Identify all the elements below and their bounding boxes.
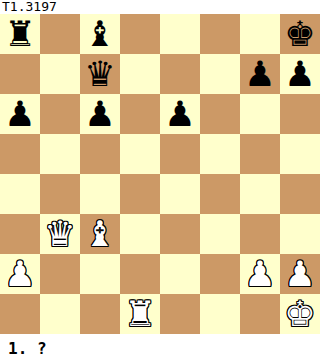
black-pawn-c6: ♟ [84,94,115,134]
chess-board: ♜♝♚♛♟♟♟♟♟♛♝♟♟♟♜♚ [0,14,320,334]
square-a6[interactable]: ♟ [0,94,40,134]
square-b2[interactable] [40,254,80,294]
square-d3[interactable] [120,214,160,254]
black-pawn-e6: ♟ [164,94,195,134]
square-c3[interactable]: ♝ [80,214,120,254]
square-b4[interactable] [40,174,80,214]
square-g3[interactable] [240,214,280,254]
square-f8[interactable] [200,14,240,54]
black-bishop-c8: ♝ [84,14,115,54]
white-bishop-c3: ♝ [84,214,115,254]
square-h3[interactable] [280,214,320,254]
square-g8[interactable] [240,14,280,54]
square-e6[interactable]: ♟ [160,94,200,134]
square-c6[interactable]: ♟ [80,94,120,134]
black-pawn-h7: ♟ [284,54,315,94]
square-e8[interactable] [160,14,200,54]
square-h5[interactable] [280,134,320,174]
white-pawn-h2: ♟ [284,254,315,294]
square-c4[interactable] [80,174,120,214]
square-a7[interactable] [0,54,40,94]
square-g4[interactable] [240,174,280,214]
square-b3[interactable]: ♛ [40,214,80,254]
square-e3[interactable] [160,214,200,254]
square-f4[interactable] [200,174,240,214]
square-g2[interactable]: ♟ [240,254,280,294]
move-prompt: 1. ? [0,334,320,360]
square-h6[interactable] [280,94,320,134]
square-b1[interactable] [40,294,80,334]
square-e2[interactable] [160,254,200,294]
square-g7[interactable]: ♟ [240,54,280,94]
square-a2[interactable]: ♟ [0,254,40,294]
square-a8[interactable]: ♜ [0,14,40,54]
white-rook-d1: ♜ [124,294,155,334]
black-pawn-g7: ♟ [244,54,275,94]
square-d5[interactable] [120,134,160,174]
puzzle-id: T1.3197 [0,0,320,14]
square-b5[interactable] [40,134,80,174]
square-h4[interactable] [280,174,320,214]
square-h1[interactable]: ♚ [280,294,320,334]
square-a5[interactable] [0,134,40,174]
square-b6[interactable] [40,94,80,134]
square-f2[interactable] [200,254,240,294]
black-rook-a8: ♜ [4,14,35,54]
square-b8[interactable] [40,14,80,54]
square-f1[interactable] [200,294,240,334]
square-c5[interactable] [80,134,120,174]
square-e1[interactable] [160,294,200,334]
square-g6[interactable] [240,94,280,134]
white-pawn-a2: ♟ [4,254,35,294]
square-d7[interactable] [120,54,160,94]
square-d2[interactable] [120,254,160,294]
square-d6[interactable] [120,94,160,134]
square-h8[interactable]: ♚ [280,14,320,54]
square-b7[interactable] [40,54,80,94]
black-king-h8: ♚ [284,14,315,54]
square-g5[interactable] [240,134,280,174]
black-queen-c7: ♛ [84,54,115,94]
square-c2[interactable] [80,254,120,294]
square-c7[interactable]: ♛ [80,54,120,94]
square-h2[interactable]: ♟ [280,254,320,294]
square-f7[interactable] [200,54,240,94]
square-h7[interactable]: ♟ [280,54,320,94]
square-c1[interactable] [80,294,120,334]
square-e4[interactable] [160,174,200,214]
square-f6[interactable] [200,94,240,134]
square-a4[interactable] [0,174,40,214]
black-pawn-a6: ♟ [4,94,35,134]
square-e5[interactable] [160,134,200,174]
square-e7[interactable] [160,54,200,94]
square-f3[interactable] [200,214,240,254]
square-d4[interactable] [120,174,160,214]
square-g1[interactable] [240,294,280,334]
white-king-h1: ♚ [284,294,315,334]
white-queen-b3: ♛ [44,214,75,254]
square-a3[interactable] [0,214,40,254]
square-a1[interactable] [0,294,40,334]
square-d8[interactable] [120,14,160,54]
square-d1[interactable]: ♜ [120,294,160,334]
square-c8[interactable]: ♝ [80,14,120,54]
white-pawn-g2: ♟ [244,254,275,294]
square-f5[interactable] [200,134,240,174]
